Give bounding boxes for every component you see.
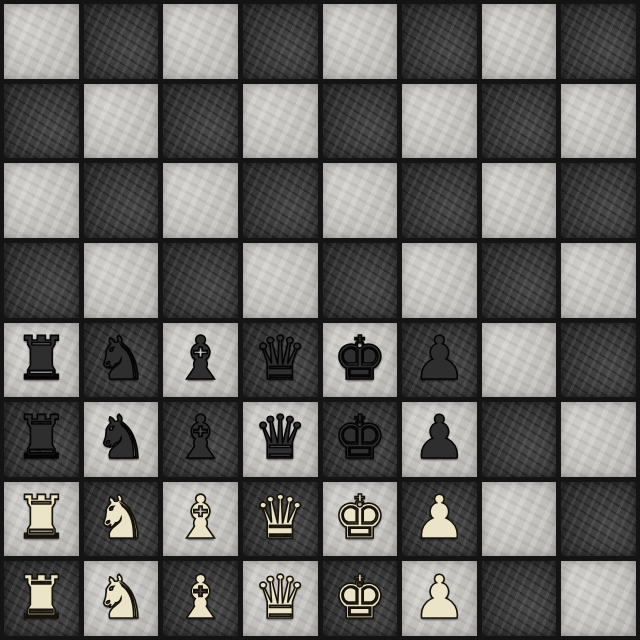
black-knight[interactable]: ♞ [94,407,148,467]
square-d3[interactable]: ♛ [243,402,318,477]
square-e2[interactable]: ♚ [323,482,398,557]
square-h3[interactable] [561,402,636,477]
square-f2[interactable]: ♟ [402,482,477,557]
square-a7[interactable] [4,84,79,159]
white-bishop[interactable]: ♝ [174,487,228,547]
square-h4[interactable] [561,323,636,398]
black-knight[interactable]: ♞ [94,328,148,388]
square-d2[interactable]: ♛ [243,482,318,557]
square-e8[interactable] [323,4,398,79]
square-g7[interactable] [482,84,557,159]
square-a8[interactable] [4,4,79,79]
square-g3[interactable] [482,402,557,477]
square-g4[interactable] [482,323,557,398]
square-e5[interactable] [323,243,398,318]
black-pawn[interactable]: ♟ [413,328,467,388]
square-c6[interactable] [163,163,238,238]
white-pawn[interactable]: ♟ [413,487,467,547]
black-bishop[interactable]: ♝ [174,328,228,388]
square-f4[interactable]: ♟ [402,323,477,398]
white-knight[interactable]: ♞ [94,487,148,547]
white-queen[interactable]: ♛ [253,567,307,627]
square-d5[interactable] [243,243,318,318]
square-g5[interactable] [482,243,557,318]
square-b6[interactable] [84,163,159,238]
white-king[interactable]: ♚ [333,487,387,547]
square-c1[interactable]: ♝ [163,561,238,636]
black-bishop[interactable]: ♝ [174,407,228,467]
white-bishop[interactable]: ♝ [174,567,228,627]
square-a4[interactable]: ♜ [4,323,79,398]
square-h6[interactable] [561,163,636,238]
square-a3[interactable]: ♜ [4,402,79,477]
square-h1[interactable] [561,561,636,636]
square-a6[interactable] [4,163,79,238]
black-pawn[interactable]: ♟ [413,407,467,467]
square-f5[interactable] [402,243,477,318]
square-g8[interactable] [482,4,557,79]
black-queen[interactable]: ♛ [253,407,307,467]
square-d6[interactable] [243,163,318,238]
square-e4[interactable]: ♚ [323,323,398,398]
square-d7[interactable] [243,84,318,159]
white-queen[interactable]: ♛ [253,487,307,547]
square-d1[interactable]: ♛ [243,561,318,636]
white-rook[interactable]: ♜ [14,487,68,547]
square-b1[interactable]: ♞ [84,561,159,636]
square-h8[interactable] [561,4,636,79]
white-king[interactable]: ♚ [333,567,387,627]
square-f1[interactable]: ♟ [402,561,477,636]
square-h2[interactable] [561,482,636,557]
black-rook[interactable]: ♜ [14,407,68,467]
black-king[interactable]: ♚ [333,407,387,467]
square-b8[interactable] [84,4,159,79]
square-a1[interactable]: ♜ [4,561,79,636]
square-e3[interactable]: ♚ [323,402,398,477]
square-b2[interactable]: ♞ [84,482,159,557]
black-king[interactable]: ♚ [333,328,387,388]
white-pawn[interactable]: ♟ [413,567,467,627]
square-b3[interactable]: ♞ [84,402,159,477]
black-queen[interactable]: ♛ [253,328,307,388]
square-e6[interactable] [323,163,398,238]
square-g2[interactable] [482,482,557,557]
square-c2[interactable]: ♝ [163,482,238,557]
square-b4[interactable]: ♞ [84,323,159,398]
square-d4[interactable]: ♛ [243,323,318,398]
square-g6[interactable] [482,163,557,238]
black-rook[interactable]: ♜ [14,328,68,388]
square-b7[interactable] [84,84,159,159]
square-a5[interactable] [4,243,79,318]
square-c3[interactable]: ♝ [163,402,238,477]
square-f6[interactable] [402,163,477,238]
square-h5[interactable] [561,243,636,318]
square-e1[interactable]: ♚ [323,561,398,636]
square-f8[interactable] [402,4,477,79]
square-c4[interactable]: ♝ [163,323,238,398]
white-knight[interactable]: ♞ [94,567,148,627]
chess-board: ♜♞♝♛♚♟♜♞♝♛♚♟♜♞♝♛♚♟♜♞♝♛♚♟ [0,0,640,640]
square-f7[interactable] [402,84,477,159]
square-e7[interactable] [323,84,398,159]
square-b5[interactable] [84,243,159,318]
square-c7[interactable] [163,84,238,159]
square-c8[interactable] [163,4,238,79]
square-f3[interactable]: ♟ [402,402,477,477]
square-g1[interactable] [482,561,557,636]
white-rook[interactable]: ♜ [14,567,68,627]
square-d8[interactable] [243,4,318,79]
square-h7[interactable] [561,84,636,159]
square-a2[interactable]: ♜ [4,482,79,557]
square-c5[interactable] [163,243,238,318]
